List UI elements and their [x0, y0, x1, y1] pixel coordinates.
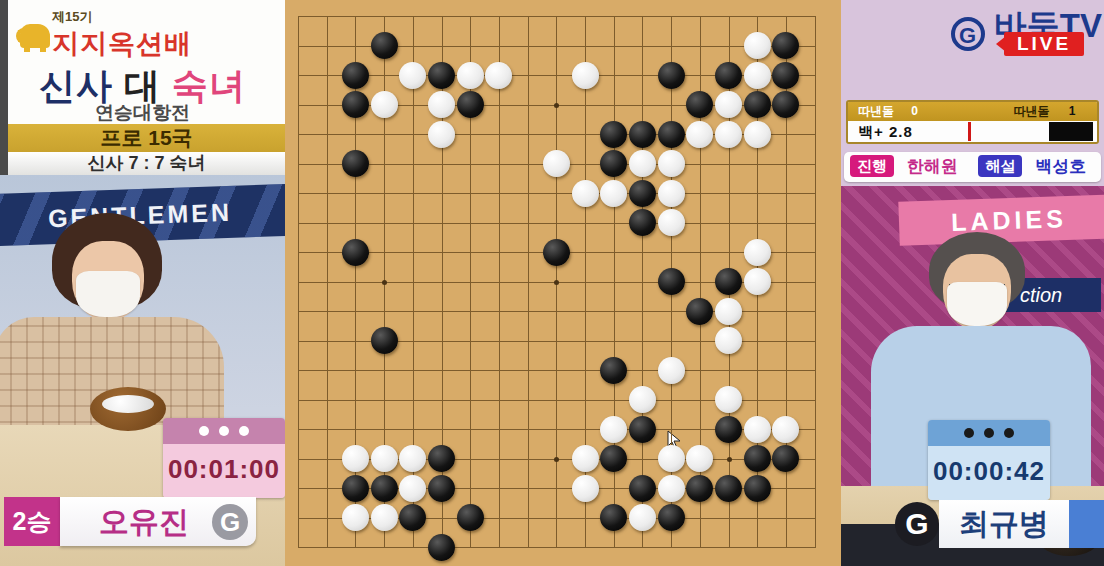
- right-panel: G 바둑TV LIVE 따낸돌 0 따낸돌 1 백+ 2.8 진행 한해원 해설…: [841, 0, 1104, 566]
- right-nameplate: G 최규병: [895, 500, 1104, 548]
- event-cup-label: 지지옥션배: [52, 29, 192, 59]
- white-stone[interactable]: [658, 209, 685, 236]
- left-wins-badge: 2승: [4, 497, 60, 546]
- left-bowl-white-stones: [102, 395, 154, 413]
- star-point: [727, 457, 732, 462]
- byoyomi-dot: [984, 428, 994, 438]
- white-stone[interactable]: [715, 91, 742, 118]
- white-stone[interactable]: [399, 475, 426, 502]
- white-stone[interactable]: [371, 504, 398, 531]
- captures-label-right: 따낸돌: [1013, 104, 1049, 118]
- right-nameplate-accent: [1069, 500, 1104, 548]
- white-stone[interactable]: [342, 504, 369, 531]
- white-stone[interactable]: [772, 416, 799, 443]
- black-stone[interactable]: [600, 504, 627, 531]
- event-season-label: 제15기: [52, 8, 272, 26]
- white-stone[interactable]: [428, 121, 455, 148]
- black-stone[interactable]: [658, 504, 685, 531]
- black-stone[interactable]: [600, 445, 627, 472]
- black-stone[interactable]: [629, 416, 656, 443]
- black-stone[interactable]: [686, 475, 713, 502]
- white-stone[interactable]: [715, 327, 742, 354]
- score-estimate-bar: 백+ 2.8: [848, 121, 1097, 142]
- score-estimate: 백+ 2.8: [858, 121, 913, 142]
- white-stone[interactable]: [399, 62, 426, 89]
- black-stone[interactable]: [744, 445, 771, 472]
- black-stone[interactable]: [428, 475, 455, 502]
- left-clock-time: 00:01:00: [163, 444, 285, 498]
- round-label-bar: 프로 15국: [8, 124, 285, 152]
- black-stone[interactable]: [457, 91, 484, 118]
- white-stone[interactable]: [371, 91, 398, 118]
- match-subtitle: 연승대항전: [0, 100, 285, 126]
- black-stone[interactable]: [772, 62, 799, 89]
- white-stone[interactable]: [543, 150, 570, 177]
- white-stone[interactable]: [600, 180, 627, 207]
- white-stone[interactable]: [629, 504, 656, 531]
- right-byoyomi-dots: [928, 420, 1050, 446]
- black-stone[interactable]: [543, 239, 570, 266]
- white-stone[interactable]: [686, 445, 713, 472]
- white-stone[interactable]: [572, 445, 599, 472]
- black-stone[interactable]: [428, 445, 455, 472]
- right-player-name: 최규병: [939, 500, 1069, 548]
- white-stone[interactable]: [658, 150, 685, 177]
- white-stone[interactable]: [342, 445, 369, 472]
- event-title-block: 제15기 지지옥션배: [52, 8, 272, 62]
- black-stone[interactable]: [686, 298, 713, 325]
- white-stone[interactable]: [629, 386, 656, 413]
- series-score: 신사 7 : 7 숙녀: [8, 152, 285, 175]
- white-stone[interactable]: [658, 180, 685, 207]
- byoyomi-dot: [219, 426, 229, 436]
- left-name-box: 오유진 G: [60, 497, 256, 546]
- live-badge: LIVE: [1004, 32, 1084, 56]
- left-byoyomi-dots: [163, 418, 285, 444]
- black-stone[interactable]: [772, 445, 799, 472]
- white-stone[interactable]: [399, 445, 426, 472]
- right-name-box: 최규병: [939, 500, 1069, 548]
- byoyomi-dot: [964, 428, 974, 438]
- black-stone[interactable]: [772, 32, 799, 59]
- black-stone[interactable]: [428, 62, 455, 89]
- byoyomi-dot: [199, 426, 209, 436]
- white-stone[interactable]: [744, 62, 771, 89]
- black-stone[interactable]: [715, 475, 742, 502]
- go-board[interactable]: [285, 0, 841, 566]
- byoyomi-dot: [239, 426, 249, 436]
- host-name: 한해원: [907, 157, 958, 176]
- captures-label-left: 따낸돌: [858, 104, 894, 118]
- black-stone[interactable]: [342, 239, 369, 266]
- host-badge: 진행: [850, 155, 894, 177]
- staff-bar: 진행 한해원 해설 백성호: [844, 152, 1101, 182]
- black-stone[interactable]: [629, 209, 656, 236]
- white-stone[interactable]: [744, 239, 771, 266]
- left-player-clock: 00:01:00: [163, 418, 285, 498]
- white-stone[interactable]: [572, 180, 599, 207]
- black-stone[interactable]: [629, 180, 656, 207]
- baduktv-logo-icon: G: [951, 17, 985, 51]
- white-stone[interactable]: [686, 121, 713, 148]
- black-stone[interactable]: [600, 121, 627, 148]
- white-stone[interactable]: [744, 121, 771, 148]
- black-stone[interactable]: [715, 62, 742, 89]
- left-panel: 제15기 지지옥션배 신사 대 숙녀 연승대항전 프로 15국 신사 7 : 7…: [0, 0, 285, 566]
- board-gridline-h: [298, 193, 816, 194]
- commentator-name: 백성호: [1035, 157, 1086, 176]
- white-stone[interactable]: [485, 62, 512, 89]
- white-stone[interactable]: [572, 475, 599, 502]
- captures-value-left: 0: [911, 104, 918, 118]
- captures-value-right: 1: [1069, 104, 1076, 118]
- score-black-segment: [1049, 122, 1093, 141]
- white-stone[interactable]: [572, 62, 599, 89]
- black-stone[interactable]: [715, 268, 742, 295]
- black-stone[interactable]: [629, 121, 656, 148]
- black-stone[interactable]: [342, 91, 369, 118]
- left-player-mask: [76, 271, 140, 317]
- board-gridline-h: [298, 547, 816, 548]
- black-stone[interactable]: [658, 62, 685, 89]
- black-stone[interactable]: [342, 150, 369, 177]
- right-player-mask: [947, 282, 1007, 326]
- score-widget: 따낸돌 0 따낸돌 1 백+ 2.8: [846, 100, 1099, 144]
- white-stone[interactable]: [600, 416, 627, 443]
- white-stone[interactable]: [715, 121, 742, 148]
- black-stone[interactable]: [371, 32, 398, 59]
- white-stone[interactable]: [744, 32, 771, 59]
- board-gridline-h: [298, 16, 816, 17]
- sponsor-g-logo-icon: G: [895, 502, 939, 546]
- left-nameplate: 2승 오유진 G: [0, 497, 285, 546]
- right-player-clock: 00:00:42: [928, 420, 1050, 500]
- black-stone[interactable]: [744, 91, 771, 118]
- star-point: [554, 103, 559, 108]
- left-player-name: 오유진: [84, 497, 204, 546]
- black-stone[interactable]: [342, 62, 369, 89]
- white-stone[interactable]: [715, 386, 742, 413]
- star-point: [554, 457, 559, 462]
- black-stone[interactable]: [399, 504, 426, 531]
- elephant-logo-icon: [16, 20, 52, 52]
- event-info-card: 제15기 지지옥션배 신사 대 숙녀 연승대항전 프로 15국 신사 7 : 7…: [0, 0, 285, 175]
- black-stone[interactable]: [715, 416, 742, 443]
- white-stone[interactable]: [658, 445, 685, 472]
- black-stone[interactable]: [658, 121, 685, 148]
- white-stone[interactable]: [744, 416, 771, 443]
- board-gridline-h: [298, 370, 816, 371]
- sponsor-g-logo-icon: G: [212, 504, 248, 540]
- black-stone[interactable]: [371, 327, 398, 354]
- black-stone[interactable]: [342, 475, 369, 502]
- white-stone[interactable]: [371, 445, 398, 472]
- black-stone[interactable]: [428, 534, 455, 561]
- black-stone[interactable]: [772, 91, 799, 118]
- black-stone[interactable]: [686, 91, 713, 118]
- board-gridline-h: [298, 223, 816, 224]
- black-stone[interactable]: [600, 150, 627, 177]
- commentator-badge: 해설: [978, 155, 1022, 177]
- byoyomi-dot: [1004, 428, 1014, 438]
- white-stone[interactable]: [428, 91, 455, 118]
- black-stone[interactable]: [629, 475, 656, 502]
- white-stone[interactable]: [744, 268, 771, 295]
- black-stone[interactable]: [457, 504, 484, 531]
- white-stone[interactable]: [715, 298, 742, 325]
- right-clock-time: 00:00:42: [928, 446, 1050, 500]
- white-stone[interactable]: [658, 357, 685, 384]
- black-stone[interactable]: [744, 475, 771, 502]
- black-stone[interactable]: [371, 475, 398, 502]
- white-stone[interactable]: [658, 475, 685, 502]
- black-stone[interactable]: [658, 268, 685, 295]
- white-stone[interactable]: [629, 150, 656, 177]
- white-stone[interactable]: [457, 62, 484, 89]
- star-point: [382, 280, 387, 285]
- black-stone[interactable]: [600, 357, 627, 384]
- star-point: [554, 280, 559, 285]
- captures-bar: 따낸돌 0 따낸돌 1: [848, 102, 1097, 121]
- score-center-tick: [968, 122, 971, 141]
